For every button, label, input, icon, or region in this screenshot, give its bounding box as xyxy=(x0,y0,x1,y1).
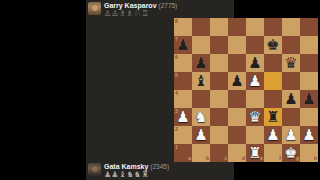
file-label-d: d xyxy=(242,156,245,161)
piece-black-p-d5[interactable]: ♟ xyxy=(228,72,246,90)
player-name-bottom-text: Gata Kamsky xyxy=(104,163,148,170)
square-c5[interactable] xyxy=(210,72,228,90)
file-label-a: a xyxy=(188,156,191,161)
square-g7[interactable] xyxy=(282,36,300,54)
chess-board[interactable]: 87♟♚6♟♟♛5♝♟♟4♟♟3♟♞♛♜2♟♟♟♟1abcde♜fg♚h xyxy=(174,18,318,162)
player-rating-bottom: (2345) xyxy=(150,163,169,170)
square-c3[interactable] xyxy=(210,108,228,126)
square-g2[interactable]: ♟ xyxy=(282,126,300,144)
piece-black-k-f7[interactable]: ♚ xyxy=(264,36,282,54)
square-h8[interactable] xyxy=(300,18,318,36)
square-a8[interactable]: 8 xyxy=(174,18,192,36)
player-row-top: Garry Kasparov (2775) ♙♙ ♗♗ ♘ ♖ xyxy=(88,1,232,17)
square-f1[interactable]: f xyxy=(264,144,282,162)
rank-label-5: 5 xyxy=(175,73,178,78)
player-avatar-bottom xyxy=(88,163,101,176)
square-d6[interactable] xyxy=(228,54,246,72)
square-a6[interactable]: 6 xyxy=(174,54,192,72)
left-letterbox-bar xyxy=(0,0,86,180)
square-f7[interactable]: ♚ xyxy=(264,36,282,54)
square-e3[interactable]: ♛ xyxy=(246,108,264,126)
piece-white-p-g2[interactable]: ♟ xyxy=(282,126,300,144)
square-c6[interactable] xyxy=(210,54,228,72)
square-e8[interactable] xyxy=(246,18,264,36)
square-c4[interactable] xyxy=(210,90,228,108)
video-frame: Garry Kasparov (2775) ♙♙ ♗♗ ♘ ♖ 87♟♚6♟♟♛… xyxy=(0,0,320,180)
square-a4[interactable]: 4 xyxy=(174,90,192,108)
square-a1[interactable]: 1a xyxy=(174,144,192,162)
square-e1[interactable]: e♜ xyxy=(246,144,264,162)
square-f4[interactable] xyxy=(264,90,282,108)
piece-black-p-h4[interactable]: ♟ xyxy=(300,90,318,108)
square-e6[interactable]: ♟ xyxy=(246,54,264,72)
square-g5[interactable] xyxy=(282,72,300,90)
piece-white-p-e5[interactable]: ♟ xyxy=(246,72,264,90)
rank-label-6: 6 xyxy=(175,55,178,60)
square-g1[interactable]: g♚ xyxy=(282,144,300,162)
square-b5[interactable]: ♝ xyxy=(192,72,210,90)
square-c1[interactable]: c xyxy=(210,144,228,162)
piece-white-p-f2[interactable]: ♟ xyxy=(264,126,282,144)
game-panel: Garry Kasparov (2775) ♙♙ ♗♗ ♘ ♖ 87♟♚6♟♟♛… xyxy=(86,0,234,180)
square-c7[interactable] xyxy=(210,36,228,54)
square-d5[interactable]: ♟ xyxy=(228,72,246,90)
square-b6[interactable]: ♟ xyxy=(192,54,210,72)
piece-white-p-a3[interactable]: ♟ xyxy=(174,108,192,126)
square-c8[interactable] xyxy=(210,18,228,36)
square-g3[interactable] xyxy=(282,108,300,126)
square-b4[interactable] xyxy=(192,90,210,108)
square-a3[interactable]: 3♟ xyxy=(174,108,192,126)
piece-white-q-e3[interactable]: ♛ xyxy=(246,108,264,126)
square-h5[interactable] xyxy=(300,72,318,90)
player-rating-top: (2775) xyxy=(158,2,177,9)
square-e2[interactable] xyxy=(246,126,264,144)
square-f3[interactable]: ♜ xyxy=(264,108,282,126)
piece-black-p-b6[interactable]: ♟ xyxy=(192,54,210,72)
square-b2[interactable]: ♟ xyxy=(192,126,210,144)
square-d2[interactable] xyxy=(228,126,246,144)
piece-white-p-h2[interactable]: ♟ xyxy=(300,126,318,144)
square-h7[interactable] xyxy=(300,36,318,54)
square-f2[interactable]: ♟ xyxy=(264,126,282,144)
square-h6[interactable] xyxy=(300,54,318,72)
piece-white-p-b2[interactable]: ♟ xyxy=(192,126,210,144)
square-h3[interactable] xyxy=(300,108,318,126)
file-label-c: c xyxy=(224,156,227,161)
file-label-f: f xyxy=(279,156,281,161)
square-d4[interactable] xyxy=(228,90,246,108)
file-label-h: h xyxy=(314,156,317,161)
square-h2[interactable]: ♟ xyxy=(300,126,318,144)
square-g4[interactable]: ♟ xyxy=(282,90,300,108)
square-a7[interactable]: 7♟ xyxy=(174,36,192,54)
file-label-b: b xyxy=(206,156,209,161)
square-a5[interactable]: 5 xyxy=(174,72,192,90)
rank-label-4: 4 xyxy=(175,91,178,96)
square-h1[interactable]: h xyxy=(300,144,318,162)
piece-black-q-g6[interactable]: ♛ xyxy=(282,54,300,72)
square-d3[interactable] xyxy=(228,108,246,126)
piece-white-k-g1[interactable]: ♚ xyxy=(282,144,300,162)
square-f5[interactable] xyxy=(264,72,282,90)
square-b1[interactable]: b xyxy=(192,144,210,162)
square-e7[interactable] xyxy=(246,36,264,54)
player-avatar-top xyxy=(88,2,101,15)
captured-pieces-tray-bottom: ♟♟ ♝ ♞♞ ♜ xyxy=(104,170,149,179)
square-g6[interactable]: ♛ xyxy=(282,54,300,72)
piece-white-n-b3[interactable]: ♞ xyxy=(192,108,210,126)
piece-black-r-f3[interactable]: ♜ xyxy=(264,108,282,126)
player-row-bottom: Gata Kamsky (2345) ♟♟ ♝ ♞♞ ♜ xyxy=(88,162,232,178)
rank-label-1: 1 xyxy=(175,145,178,150)
player-name-top-text: Garry Kasparov xyxy=(104,2,157,9)
square-d1[interactable]: d xyxy=(228,144,246,162)
rank-label-2: 2 xyxy=(175,127,178,132)
square-b3[interactable]: ♞ xyxy=(192,108,210,126)
piece-black-p-a7[interactable]: ♟ xyxy=(174,36,192,54)
piece-black-p-g4[interactable]: ♟ xyxy=(282,90,300,108)
square-d7[interactable] xyxy=(228,36,246,54)
captured-pieces-tray-top: ♙♙ ♗♗ ♘ ♖ xyxy=(104,9,149,18)
piece-black-b-b5[interactable]: ♝ xyxy=(192,72,210,90)
square-b8[interactable] xyxy=(192,18,210,36)
square-f8[interactable] xyxy=(264,18,282,36)
square-c2[interactable] xyxy=(210,126,228,144)
square-b7[interactable] xyxy=(192,36,210,54)
square-g8[interactable] xyxy=(282,18,300,36)
piece-white-r-e1[interactable]: ♜ xyxy=(246,144,264,162)
square-h4[interactable]: ♟ xyxy=(300,90,318,108)
rank-label-8: 8 xyxy=(175,19,178,24)
piece-black-p-e6[interactable]: ♟ xyxy=(246,54,264,72)
square-a2[interactable]: 2 xyxy=(174,126,192,144)
square-e5[interactable]: ♟ xyxy=(246,72,264,90)
square-d8[interactable] xyxy=(228,18,246,36)
square-f6[interactable] xyxy=(264,54,282,72)
square-e4[interactable] xyxy=(246,90,264,108)
